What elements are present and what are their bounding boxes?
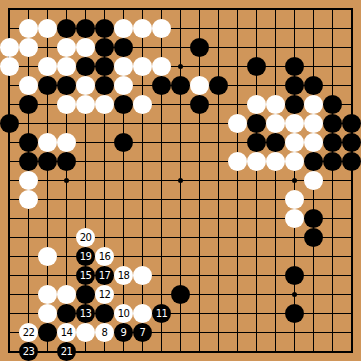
black-stone: 13 xyxy=(76,304,95,323)
move-number: 13 xyxy=(80,308,92,318)
move-number: 23 xyxy=(23,346,35,356)
move-number: 21 xyxy=(61,346,73,356)
black-stone xyxy=(304,209,323,228)
white-stone xyxy=(76,323,95,342)
black-stone xyxy=(342,133,361,152)
black-stone xyxy=(19,133,38,152)
black-stone xyxy=(95,57,114,76)
move-number: 14 xyxy=(61,327,73,337)
white-stone: 12 xyxy=(95,285,114,304)
black-stone xyxy=(38,76,57,95)
black-stone xyxy=(57,304,76,323)
white-stone xyxy=(304,114,323,133)
black-stone xyxy=(304,152,323,171)
white-stone xyxy=(190,76,209,95)
white-stone xyxy=(304,95,323,114)
black-stone xyxy=(342,152,361,171)
black-stone xyxy=(57,19,76,38)
white-stone xyxy=(266,152,285,171)
white-stone xyxy=(114,76,133,95)
white-stone: 16 xyxy=(95,247,114,266)
black-stone xyxy=(19,95,38,114)
white-stone xyxy=(38,247,57,266)
black-stone: 9 xyxy=(114,323,133,342)
black-stone xyxy=(38,323,57,342)
white-stone xyxy=(114,19,133,38)
white-stone xyxy=(38,19,57,38)
white-stone xyxy=(19,38,38,57)
black-stone xyxy=(57,76,76,95)
white-stone xyxy=(285,114,304,133)
white-stone xyxy=(0,57,19,76)
white-stone xyxy=(57,38,76,57)
white-stone xyxy=(38,133,57,152)
black-stone xyxy=(0,114,19,133)
white-stone xyxy=(57,285,76,304)
black-stone xyxy=(152,76,171,95)
black-stone xyxy=(114,95,133,114)
move-number: 19 xyxy=(80,251,92,261)
white-stone xyxy=(38,57,57,76)
white-stone xyxy=(19,76,38,95)
white-stone xyxy=(76,95,95,114)
white-stone xyxy=(266,114,285,133)
black-stone xyxy=(285,76,304,95)
black-stone xyxy=(285,95,304,114)
black-stone xyxy=(304,228,323,247)
white-stone xyxy=(247,152,266,171)
white-stone xyxy=(247,95,266,114)
white-stone xyxy=(57,57,76,76)
white-stone xyxy=(133,19,152,38)
black-stone xyxy=(323,95,342,114)
white-stone: 22 xyxy=(19,323,38,342)
black-stone xyxy=(323,152,342,171)
move-number: 7 xyxy=(140,327,146,337)
black-stone xyxy=(247,133,266,152)
white-stone xyxy=(285,152,304,171)
white-stone: 10 xyxy=(114,304,133,323)
white-stone xyxy=(19,171,38,190)
white-stone: 18 xyxy=(114,266,133,285)
white-stone xyxy=(38,304,57,323)
move-number: 8 xyxy=(102,327,108,337)
white-stone xyxy=(285,190,304,209)
black-stone xyxy=(95,76,114,95)
white-stone xyxy=(57,95,76,114)
black-stone: 17 xyxy=(95,266,114,285)
white-stone xyxy=(76,38,95,57)
black-stone xyxy=(342,114,361,133)
move-number: 22 xyxy=(23,327,35,337)
black-stone xyxy=(76,285,95,304)
white-stone xyxy=(133,266,152,285)
black-stone xyxy=(57,152,76,171)
black-stone xyxy=(19,152,38,171)
black-stone xyxy=(285,304,304,323)
move-number: 11 xyxy=(156,308,168,318)
white-stone xyxy=(38,285,57,304)
white-stone xyxy=(114,57,133,76)
white-stone xyxy=(152,57,171,76)
black-stone xyxy=(95,38,114,57)
black-stone xyxy=(304,76,323,95)
move-number: 18 xyxy=(118,270,130,280)
move-number: 16 xyxy=(99,251,111,261)
black-stone xyxy=(76,19,95,38)
black-stone xyxy=(76,57,95,76)
black-stone xyxy=(209,76,228,95)
white-stone xyxy=(228,114,247,133)
go-board[interactable]: 2019161517181213101122148972321 xyxy=(0,0,361,361)
black-stone xyxy=(171,285,190,304)
black-stone: 23 xyxy=(19,342,38,361)
black-stone: 11 xyxy=(152,304,171,323)
black-stone xyxy=(323,133,342,152)
move-number: 10 xyxy=(118,308,130,318)
white-stone xyxy=(57,133,76,152)
black-stone xyxy=(95,19,114,38)
black-stone xyxy=(247,114,266,133)
move-number: 15 xyxy=(80,270,92,280)
white-stone xyxy=(76,76,95,95)
black-stone xyxy=(323,114,342,133)
white-stone xyxy=(152,19,171,38)
black-stone xyxy=(190,95,209,114)
black-stone: 21 xyxy=(57,342,76,361)
white-stone xyxy=(133,95,152,114)
white-stone xyxy=(285,209,304,228)
black-stone: 19 xyxy=(76,247,95,266)
black-stone xyxy=(190,38,209,57)
white-stone xyxy=(228,152,247,171)
stones-layer: 2019161517181213101122148972321 xyxy=(0,0,361,361)
move-number: 20 xyxy=(80,232,92,242)
white-stone xyxy=(133,57,152,76)
black-stone xyxy=(171,76,190,95)
move-number: 17 xyxy=(99,270,111,280)
black-stone: 7 xyxy=(133,323,152,342)
white-stone xyxy=(304,133,323,152)
move-number: 12 xyxy=(99,289,111,299)
black-stone xyxy=(95,304,114,323)
black-stone xyxy=(285,57,304,76)
black-stone xyxy=(285,266,304,285)
black-stone xyxy=(266,133,285,152)
black-stone: 15 xyxy=(76,266,95,285)
white-stone: 20 xyxy=(76,228,95,247)
white-stone xyxy=(19,190,38,209)
white-stone xyxy=(285,133,304,152)
white-stone xyxy=(19,19,38,38)
white-stone: 14 xyxy=(57,323,76,342)
white-stone xyxy=(0,38,19,57)
move-number: 9 xyxy=(121,327,127,337)
white-stone xyxy=(266,95,285,114)
black-stone xyxy=(114,38,133,57)
black-stone xyxy=(114,133,133,152)
white-stone: 8 xyxy=(95,323,114,342)
white-stone xyxy=(304,171,323,190)
white-stone xyxy=(133,304,152,323)
black-stone xyxy=(38,152,57,171)
white-stone xyxy=(95,95,114,114)
black-stone xyxy=(247,57,266,76)
